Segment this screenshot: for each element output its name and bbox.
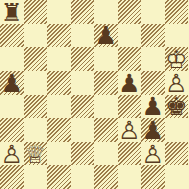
square-a5[interactable]: ♟ (0, 71, 24, 95)
square-h4[interactable]: ♚ (165, 95, 189, 119)
square-e1[interactable] (94, 165, 118, 189)
square-h8[interactable] (165, 0, 189, 24)
piece-black-pawn-a5[interactable]: ♟ (0, 71, 24, 95)
piece-black-king-h4[interactable]: ♚ (165, 95, 189, 119)
piece-black-pawn-f5[interactable]: ♟ (118, 71, 142, 95)
square-h3[interactable] (165, 118, 189, 142)
piece-white-pawn-a2[interactable]: ♟♙ (0, 142, 24, 166)
piece-black-pawn-e7[interactable]: ♟ (94, 24, 118, 48)
square-a1[interactable] (0, 165, 24, 189)
square-b8[interactable] (24, 0, 48, 24)
square-g8[interactable] (141, 0, 165, 24)
square-d5[interactable] (71, 71, 95, 95)
pawn-outline-glyph: ♙ (118, 117, 140, 142)
chess-board: ♜♟♚♔♟♟♟♙♟♚♟♙♟♟♙♛♕♟♙ (0, 0, 188, 189)
square-c6[interactable] (47, 47, 71, 71)
square-b4[interactable] (24, 95, 48, 119)
piece-black-rook-a8[interactable]: ♜ (0, 0, 24, 24)
pawn-glyph: ♟ (1, 70, 23, 95)
square-b5[interactable] (24, 71, 48, 95)
square-b7[interactable] (24, 24, 48, 48)
square-b1[interactable] (24, 165, 48, 189)
square-f8[interactable] (118, 0, 142, 24)
square-c1[interactable] (47, 165, 71, 189)
square-e6[interactable] (94, 47, 118, 71)
pawn-glyph: ♟ (118, 70, 140, 95)
square-g6[interactable] (141, 47, 165, 71)
square-f1[interactable] (118, 165, 142, 189)
square-a4[interactable] (0, 95, 24, 119)
piece-white-queen-b2[interactable]: ♛♕ (24, 142, 48, 166)
square-g2[interactable]: ♟♙ (141, 142, 165, 166)
square-d3[interactable] (71, 118, 95, 142)
square-e7[interactable]: ♟ (94, 24, 118, 48)
square-d1[interactable] (71, 165, 95, 189)
square-c5[interactable] (47, 71, 71, 95)
square-d2[interactable] (71, 142, 95, 166)
piece-white-pawn-g2[interactable]: ♟♙ (141, 142, 165, 166)
square-c4[interactable] (47, 95, 71, 119)
pawn-outline-glyph: ♙ (1, 141, 23, 166)
square-b2[interactable]: ♛♕ (24, 142, 48, 166)
square-d6[interactable] (71, 47, 95, 71)
square-g1[interactable] (141, 165, 165, 189)
square-f3[interactable]: ♟♙ (118, 118, 142, 142)
square-d4[interactable] (71, 95, 95, 119)
pawn-outline-glyph: ♙ (142, 141, 164, 166)
square-h2[interactable] (165, 142, 189, 166)
square-f7[interactable] (118, 24, 142, 48)
square-f2[interactable] (118, 142, 142, 166)
square-e5[interactable] (94, 71, 118, 95)
square-e2[interactable] (94, 142, 118, 166)
square-c8[interactable] (47, 0, 71, 24)
square-f5[interactable]: ♟ (118, 71, 142, 95)
square-b6[interactable] (24, 47, 48, 71)
square-a8[interactable]: ♜ (0, 0, 24, 24)
queen-outline-glyph: ♕ (24, 141, 46, 166)
square-e4[interactable] (94, 95, 118, 119)
square-h1[interactable] (165, 165, 189, 189)
square-a2[interactable]: ♟♙ (0, 142, 24, 166)
square-c2[interactable] (47, 142, 71, 166)
king-glyph: ♚ (165, 94, 187, 119)
piece-white-pawn-f3[interactable]: ♟♙ (118, 118, 142, 142)
square-e3[interactable] (94, 118, 118, 142)
square-c3[interactable] (47, 118, 71, 142)
rook-glyph: ♜ (1, 0, 23, 24)
square-a7[interactable] (0, 24, 24, 48)
square-d7[interactable] (71, 24, 95, 48)
square-g7[interactable] (141, 24, 165, 48)
pawn-glyph: ♟ (95, 23, 117, 48)
square-d8[interactable] (71, 0, 95, 24)
square-c7[interactable] (47, 24, 71, 48)
